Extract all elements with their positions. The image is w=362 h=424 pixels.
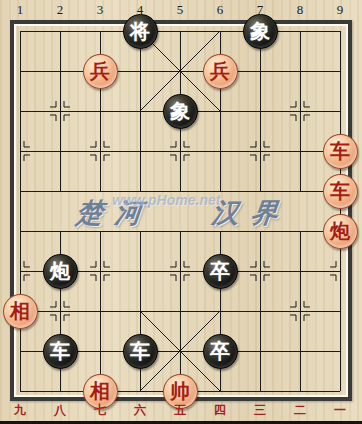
- piece-glyph: 卒: [210, 334, 230, 369]
- piece-red-pawn[interactable]: 兵: [203, 54, 238, 89]
- piece-red-chariot[interactable]: 车: [323, 134, 358, 169]
- piece-glyph: 兵: [90, 54, 110, 89]
- watermark-text: www.pHome.net: [112, 192, 220, 208]
- xiangqi-app: 123456789 楚河 汉界 www.pHome.net 将象兵兵象车车炮炮卒…: [0, 0, 362, 424]
- piece-red-elephant[interactable]: 相: [3, 294, 38, 329]
- piece-black-chariot[interactable]: 车: [123, 334, 158, 369]
- piece-black-cannon[interactable]: 炮: [43, 254, 78, 289]
- piece-glyph: 车: [50, 334, 70, 369]
- piece-red-chariot[interactable]: 车: [323, 174, 358, 209]
- piece-glyph: 兵: [210, 54, 230, 89]
- piece-red-cannon[interactable]: 炮: [323, 214, 358, 249]
- bottom-file-label: 二: [280, 402, 320, 419]
- piece-black-elephant[interactable]: 象: [243, 14, 278, 49]
- piece-black-elephant[interactable]: 象: [163, 94, 198, 129]
- piece-glyph: 相: [10, 294, 30, 329]
- piece-glyph: 炮: [330, 214, 350, 249]
- piece-glyph: 卒: [210, 254, 230, 289]
- piece-black-general[interactable]: 将: [123, 14, 158, 49]
- bottom-file-label: 六: [120, 402, 160, 419]
- bottom-file-label: 一: [320, 402, 360, 419]
- piece-glyph: 将: [130, 14, 150, 49]
- piece-glyph: 象: [170, 94, 190, 129]
- river-label-han-jie: 汉界: [210, 195, 292, 231]
- piece-glyph: 车: [130, 334, 150, 369]
- bottom-file-label: 九: [0, 402, 40, 419]
- piece-black-chariot[interactable]: 车: [43, 334, 78, 369]
- piece-black-pawn[interactable]: 卒: [203, 334, 238, 369]
- piece-glyph: 车: [330, 174, 350, 209]
- piece-red-pawn[interactable]: 兵: [83, 54, 118, 89]
- bottom-file-label: 七: [80, 402, 120, 419]
- piece-glyph: 炮: [50, 254, 70, 289]
- piece-glyph: 象: [250, 14, 270, 49]
- piece-black-pawn[interactable]: 卒: [203, 254, 238, 289]
- piece-glyph: 车: [330, 134, 350, 169]
- bottom-file-label: 五: [160, 402, 200, 419]
- bottom-file-label: 四: [200, 402, 240, 419]
- bottom-file-label: 八: [40, 402, 80, 419]
- bottom-file-label: 三: [240, 402, 280, 419]
